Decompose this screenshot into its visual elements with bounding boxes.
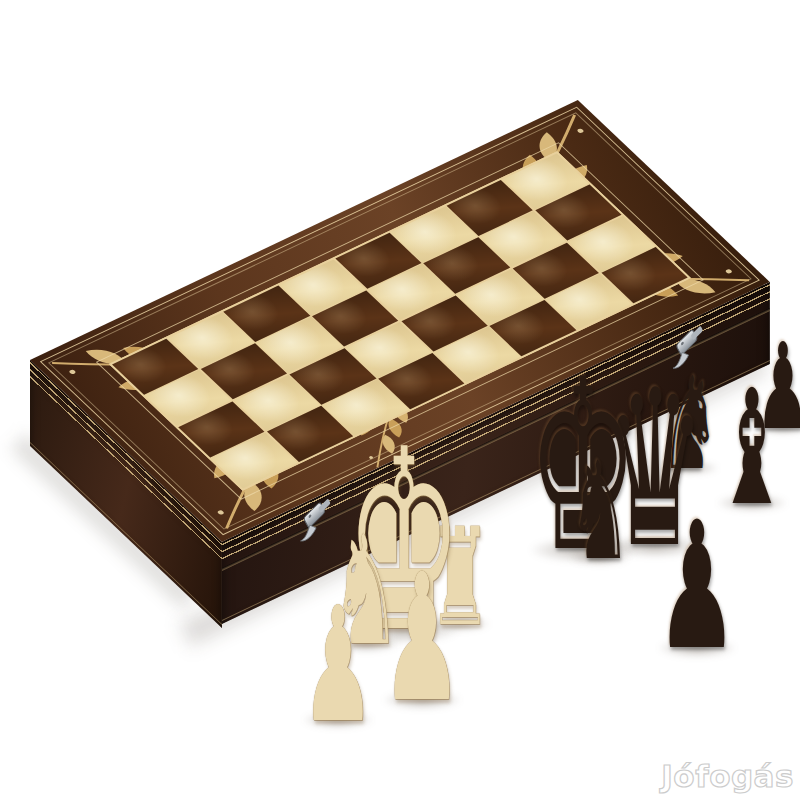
piece-white-pawn: ♟ bbox=[338, 722, 481, 800]
piece-white-king: ♚ bbox=[404, 632, 628, 800]
watermark: Jófogás bbox=[661, 758, 794, 794]
piece-floor-shadow bbox=[756, 422, 800, 435]
piece-floor-shadow bbox=[429, 617, 491, 632]
piece-white-rook: ♜ bbox=[460, 626, 581, 761]
product-photo-scene: ♚♞♜♟♟♚♞♛♞♟♝♟ Jófogás bbox=[0, 0, 800, 800]
piece-floor-shadow bbox=[716, 494, 789, 512]
piece-black-pawn: ♟ bbox=[783, 430, 800, 549]
piece-black-king: ♚ bbox=[583, 552, 795, 788]
piece-black-bishop: ♝ bbox=[752, 505, 800, 664]
piece-floor-shadow bbox=[302, 711, 375, 729]
piece-floor-shadow bbox=[332, 636, 401, 653]
piece-floor-shadow bbox=[657, 638, 738, 658]
piece-floor-shadow bbox=[661, 461, 720, 475]
piece-white-pawn: ♟ bbox=[422, 702, 580, 800]
piece-floor-shadow bbox=[606, 534, 705, 558]
piece-black-knight: ♞ bbox=[690, 470, 800, 598]
piece-white-knight: ♞ bbox=[366, 646, 501, 797]
piece-black-knight: ♞ bbox=[600, 560, 721, 695]
piece-floor-shadow bbox=[382, 690, 463, 710]
